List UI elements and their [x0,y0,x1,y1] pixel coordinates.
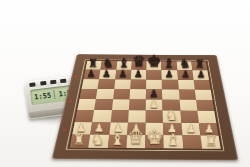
square-g4[interactable] [179,100,197,111]
square-d3[interactable] [128,110,146,122]
white-rook-a1[interactable]: ♜ [73,133,86,147]
square-a1[interactable]: ♜ [70,134,91,147]
black-pawn-g7[interactable]: ♟ [181,69,190,79]
square-d1[interactable]: ♛ [126,135,145,149]
square-d4[interactable] [129,99,146,110]
chess-board: ♜♞♝♛♚♝♞♜♟♟♟♟♟♟♟♟♟♞♟♟♟♟♟♟♟♜♞♝♛♚♝♜ [52,54,238,160]
lcd-divider [54,90,56,99]
square-g7[interactable]: ♟ [177,70,193,79]
led-indicator [70,100,72,101]
clock-button[interactable] [60,78,66,83]
square-h4[interactable] [196,100,215,111]
black-queen-d8[interactable]: ♛ [132,54,146,69]
product-photo-scene: 1:55 1:53 ♜♞♝♛♚♝♞♜♟♟♟♟♟♟♟♟♟♞♟♟♟♟♟♟♟♜♞♝♛♚… [0,0,250,167]
square-f6[interactable] [162,79,178,89]
square-g2[interactable]: ♟ [181,123,200,136]
square-g5[interactable] [178,89,195,100]
square-c7[interactable]: ♟ [115,70,131,79]
square-c5[interactable] [113,89,130,99]
square-b5[interactable] [96,89,114,99]
square-b1[interactable]: ♞ [88,134,108,147]
black-pawn-f7[interactable]: ♟ [165,69,174,79]
square-e1[interactable]: ♚ [145,135,164,149]
square-f7[interactable]: ♟ [162,70,178,79]
square-e7[interactable] [146,70,162,79]
clock-button[interactable] [40,81,46,86]
square-a4[interactable] [77,99,96,110]
square-g6[interactable] [178,80,195,90]
square-h1[interactable]: ♜ [200,135,221,149]
square-f1[interactable]: ♝ [164,135,183,149]
square-h3[interactable] [197,111,216,123]
white-pawn-e4[interactable]: ♟ [150,99,160,110]
square-h7[interactable]: ♟ [192,70,209,79]
white-king-e1[interactable]: ♚ [146,128,164,148]
white-knight-b1[interactable]: ♞ [91,132,105,147]
square-d6[interactable] [130,79,146,89]
white-knight-f3[interactable]: ♞ [166,108,179,122]
square-b7[interactable]: ♟ [99,70,116,79]
square-c1[interactable]: ♝ [107,135,127,148]
white-time: 1:55 [34,91,52,101]
led-indicator [75,76,77,77]
square-h5[interactable] [195,89,213,100]
square-c4[interactable] [111,99,129,110]
black-pawn-a7[interactable]: ♟ [87,69,96,79]
square-b6[interactable] [98,79,115,89]
white-bishop-c1[interactable]: ♝ [110,131,125,147]
white-pawn-g2[interactable]: ♟ [186,123,196,134]
square-b4[interactable] [94,99,112,110]
black-pawn-d7[interactable]: ♟ [134,69,143,79]
square-d5[interactable] [129,89,146,99]
square-g1[interactable] [182,135,202,149]
square-a3[interactable] [75,110,94,122]
black-pawn-h7[interactable]: ♟ [197,69,206,79]
board-frame: ♜♞♝♛♚♝♞♜♟♟♟♟♟♟♟♟♟♞♟♟♟♟♟♟♟♜♞♝♛♚♝♜ [52,54,238,160]
square-f5[interactable] [162,89,179,100]
square-b3[interactable] [92,110,111,122]
black-pawn-b7[interactable]: ♟ [103,69,112,79]
white-rook-h1[interactable]: ♜ [205,134,218,148]
white-queen-d1[interactable]: ♛ [127,129,144,148]
square-a5[interactable] [79,89,97,99]
square-e4[interactable]: ♟ [146,100,163,111]
black-king-e8[interactable]: ♚ [147,54,161,70]
square-e8[interactable]: ♚ [146,61,161,70]
board-grid: ♜♞♝♛♚♝♞♜♟♟♟♟♟♟♟♟♟♞♟♟♟♟♟♟♟♜♞♝♛♚♝♜ [70,61,221,149]
black-pawn-c7[interactable]: ♟ [118,69,127,79]
clock-button[interactable] [50,79,56,84]
square-a6[interactable] [82,79,100,89]
square-e3[interactable] [145,111,163,123]
square-d7[interactable]: ♟ [131,70,147,79]
square-f3[interactable]: ♞ [163,111,181,123]
led-indicator [63,129,66,131]
clock-button[interactable] [29,82,35,87]
white-bishop-f1[interactable]: ♝ [166,131,181,147]
square-g3[interactable] [180,111,199,123]
square-c6[interactable] [114,79,131,89]
square-a7[interactable]: ♟ [84,70,101,79]
square-c3[interactable] [110,110,128,122]
square-h6[interactable] [193,80,210,90]
